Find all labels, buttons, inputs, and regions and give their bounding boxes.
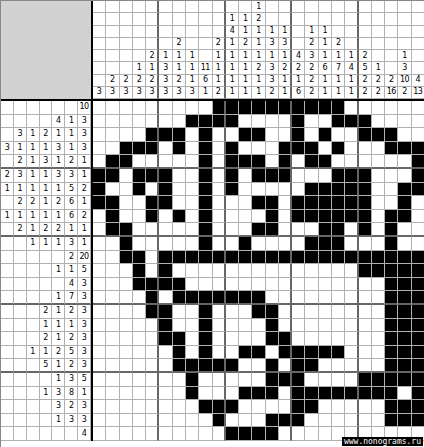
- grid-cell[interactable]: [133, 251, 146, 265]
- grid-cell[interactable]: [332, 251, 345, 265]
- grid-cell[interactable]: [266, 414, 279, 428]
- grid-cell[interactable]: [173, 278, 186, 292]
- grid-cell[interactable]: [372, 196, 385, 210]
- grid-cell[interactable]: [239, 291, 252, 305]
- grid-cell[interactable]: [332, 115, 345, 129]
- grid-cell[interactable]: [159, 305, 172, 319]
- grid-cell[interactable]: [133, 291, 146, 305]
- grid-cell[interactable]: [319, 414, 332, 428]
- grid-cell[interactable]: [146, 251, 159, 265]
- grid-cell[interactable]: [266, 155, 279, 169]
- grid-cell[interactable]: [146, 183, 159, 197]
- grid-cell[interactable]: [213, 400, 226, 414]
- grid-cell[interactable]: [305, 427, 318, 441]
- grid-cell[interactable]: [133, 196, 146, 210]
- grid-cell[interactable]: [120, 115, 133, 129]
- grid-cell[interactable]: [93, 183, 106, 197]
- grid-cell[interactable]: [412, 223, 424, 237]
- grid-cell[interactable]: [292, 264, 305, 278]
- grid-cell[interactable]: [345, 101, 358, 115]
- grid-cell[interactable]: [239, 305, 252, 319]
- grid-cell[interactable]: [239, 346, 252, 360]
- grid-cell[interactable]: [305, 319, 318, 333]
- grid-cell[interactable]: [106, 332, 119, 346]
- grid-cell[interactable]: [133, 387, 146, 401]
- grid-cell[interactable]: [398, 278, 411, 292]
- grid-cell[interactable]: [213, 387, 226, 401]
- grid-cell[interactable]: [239, 155, 252, 169]
- grid-cell[interactable]: [120, 359, 133, 373]
- grid-cell[interactable]: [133, 223, 146, 237]
- grid-cell[interactable]: [279, 400, 292, 414]
- grid-cell[interactable]: [332, 414, 345, 428]
- grid-cell[interactable]: [120, 183, 133, 197]
- grid-cell[interactable]: [252, 264, 265, 278]
- grid-cell[interactable]: [279, 128, 292, 142]
- grid-cell[interactable]: [186, 291, 199, 305]
- grid-cell[interactable]: [279, 251, 292, 265]
- grid-cell[interactable]: [159, 142, 172, 156]
- grid-cell[interactable]: [146, 278, 159, 292]
- grid-cell[interactable]: [93, 319, 106, 333]
- grid-cell[interactable]: [159, 115, 172, 129]
- grid-cell[interactable]: [173, 427, 186, 441]
- grid-cell[interactable]: [159, 155, 172, 169]
- grid-cell[interactable]: [120, 196, 133, 210]
- grid-cell[interactable]: [266, 237, 279, 251]
- grid-cell[interactable]: [120, 305, 133, 319]
- grid-cell[interactable]: [332, 332, 345, 346]
- grid-cell[interactable]: [133, 278, 146, 292]
- grid-cell[interactable]: [120, 101, 133, 115]
- grid-cell[interactable]: [133, 427, 146, 441]
- grid-cell[interactable]: [345, 264, 358, 278]
- grid-cell[interactable]: [120, 223, 133, 237]
- grid-cell[interactable]: [359, 346, 372, 360]
- grid-cell[interactable]: [372, 210, 385, 224]
- grid-cell[interactable]: [372, 264, 385, 278]
- grid-cell[interactable]: [279, 142, 292, 156]
- grid-cell[interactable]: [332, 101, 345, 115]
- grid-cell[interactable]: [93, 223, 106, 237]
- grid-cell[interactable]: [359, 115, 372, 129]
- grid-cell[interactable]: [213, 264, 226, 278]
- grid-cell[interactable]: [106, 359, 119, 373]
- grid-cell[interactable]: [266, 332, 279, 346]
- grid-cell[interactable]: [133, 210, 146, 224]
- grid-cell[interactable]: [412, 251, 424, 265]
- grid-cell[interactable]: [239, 128, 252, 142]
- grid-cell[interactable]: [372, 359, 385, 373]
- grid-cell[interactable]: [252, 210, 265, 224]
- grid-cell[interactable]: [279, 305, 292, 319]
- grid-cell[interactable]: [385, 332, 398, 346]
- grid-cell[interactable]: [279, 414, 292, 428]
- grid-cell[interactable]: [173, 101, 186, 115]
- grid-cell[interactable]: [186, 237, 199, 251]
- grid-cell[interactable]: [412, 332, 424, 346]
- grid-cell[interactable]: [199, 142, 212, 156]
- grid-cell[interactable]: [266, 400, 279, 414]
- grid-cell[interactable]: [305, 305, 318, 319]
- grid-cell[interactable]: [412, 387, 424, 401]
- grid-cell[interactable]: [372, 346, 385, 360]
- grid-cell[interactable]: [319, 291, 332, 305]
- grid-cell[interactable]: [93, 169, 106, 183]
- grid-cell[interactable]: [106, 101, 119, 115]
- grid-cell[interactable]: [199, 373, 212, 387]
- grid-cell[interactable]: [279, 196, 292, 210]
- grid-cell[interactable]: [199, 196, 212, 210]
- grid-cell[interactable]: [239, 223, 252, 237]
- grid-cell[interactable]: [252, 115, 265, 129]
- grid-cell[interactable]: [186, 183, 199, 197]
- grid-cell[interactable]: [252, 196, 265, 210]
- grid-cell[interactable]: [292, 305, 305, 319]
- grid-cell[interactable]: [173, 223, 186, 237]
- grid-cell[interactable]: [106, 264, 119, 278]
- grid-cell[interactable]: [345, 278, 358, 292]
- grid-cell[interactable]: [279, 291, 292, 305]
- grid-cell[interactable]: [106, 115, 119, 129]
- grid-cell[interactable]: [332, 346, 345, 360]
- grid-cell[interactable]: [359, 155, 372, 169]
- grid-cell[interactable]: [292, 155, 305, 169]
- grid-cell[interactable]: [213, 414, 226, 428]
- grid-cell[interactable]: [332, 291, 345, 305]
- grid-cell[interactable]: [332, 210, 345, 224]
- grid-cell[interactable]: [226, 251, 239, 265]
- grid-cell[interactable]: [266, 142, 279, 156]
- grid-cell[interactable]: [319, 264, 332, 278]
- grid-cell[interactable]: [266, 223, 279, 237]
- grid-cell[interactable]: [252, 251, 265, 265]
- grid-cell[interactable]: [93, 237, 106, 251]
- grid-cell[interactable]: [359, 128, 372, 142]
- grid-cell[interactable]: [412, 305, 424, 319]
- grid-cell[interactable]: [133, 183, 146, 197]
- grid-cell[interactable]: [146, 169, 159, 183]
- grid-cell[interactable]: [120, 210, 133, 224]
- grid-cell[interactable]: [292, 115, 305, 129]
- grid-cell[interactable]: [106, 128, 119, 142]
- grid-cell[interactable]: [305, 210, 318, 224]
- grid-cell[interactable]: [412, 400, 424, 414]
- grid-cell[interactable]: [332, 196, 345, 210]
- grid-cell[interactable]: [213, 183, 226, 197]
- grid-cell[interactable]: [372, 183, 385, 197]
- grid-cell[interactable]: [173, 210, 186, 224]
- grid-cell[interactable]: [332, 142, 345, 156]
- grid-cell[interactable]: [279, 387, 292, 401]
- grid-cell[interactable]: [106, 291, 119, 305]
- grid-cell[interactable]: [385, 223, 398, 237]
- grid-cell[interactable]: [372, 169, 385, 183]
- grid-cell[interactable]: [345, 128, 358, 142]
- grid-cell[interactable]: [332, 183, 345, 197]
- grid-cell[interactable]: [159, 237, 172, 251]
- grid-cell[interactable]: [412, 237, 424, 251]
- grid-cell[interactable]: [93, 264, 106, 278]
- grid-cell[interactable]: [252, 128, 265, 142]
- grid-cell[interactable]: [319, 332, 332, 346]
- grid-cell[interactable]: [226, 400, 239, 414]
- grid-cell[interactable]: [146, 115, 159, 129]
- grid-cell[interactable]: [159, 183, 172, 197]
- grid-cell[interactable]: [106, 223, 119, 237]
- grid-cell[interactable]: [252, 359, 265, 373]
- grid-cell[interactable]: [213, 373, 226, 387]
- grid-cell[interactable]: [266, 101, 279, 115]
- grid-cell[interactable]: [186, 373, 199, 387]
- grid-cell[interactable]: [266, 264, 279, 278]
- grid-cell[interactable]: [412, 291, 424, 305]
- grid-cell[interactable]: [186, 251, 199, 265]
- grid-cell[interactable]: [120, 332, 133, 346]
- grid-cell[interactable]: [372, 387, 385, 401]
- grid-cell[interactable]: [305, 223, 318, 237]
- grid-cell[interactable]: [213, 223, 226, 237]
- grid-cell[interactable]: [332, 155, 345, 169]
- grid-cell[interactable]: [186, 359, 199, 373]
- grid-cell[interactable]: [252, 169, 265, 183]
- grid-cell[interactable]: [319, 251, 332, 265]
- grid-cell[interactable]: [186, 319, 199, 333]
- grid-cell[interactable]: [279, 373, 292, 387]
- grid-cell[interactable]: [93, 400, 106, 414]
- grid-cell[interactable]: [226, 373, 239, 387]
- grid-cell[interactable]: [385, 278, 398, 292]
- grid-cell[interactable]: [345, 414, 358, 428]
- grid-cell[interactable]: [239, 427, 252, 441]
- grid-cell[interactable]: [173, 305, 186, 319]
- grid-cell[interactable]: [252, 305, 265, 319]
- grid-cell[interactable]: [398, 332, 411, 346]
- grid-cell[interactable]: [226, 264, 239, 278]
- grid-cell[interactable]: [372, 305, 385, 319]
- grid-cell[interactable]: [213, 319, 226, 333]
- grid-cell[interactable]: [146, 400, 159, 414]
- grid-cell[interactable]: [345, 346, 358, 360]
- grid-cell[interactable]: [120, 237, 133, 251]
- grid-cell[interactable]: [213, 332, 226, 346]
- grid-cell[interactable]: [186, 142, 199, 156]
- grid-cell[interactable]: [120, 155, 133, 169]
- grid-cell[interactable]: [186, 278, 199, 292]
- grid-cell[interactable]: [385, 400, 398, 414]
- grid-cell[interactable]: [199, 264, 212, 278]
- grid-cell[interactable]: [385, 237, 398, 251]
- grid-cell[interactable]: [305, 196, 318, 210]
- grid-cell[interactable]: [398, 305, 411, 319]
- grid-cell[interactable]: [186, 332, 199, 346]
- grid-cell[interactable]: [159, 128, 172, 142]
- grid-cell[interactable]: [252, 142, 265, 156]
- grid-cell[interactable]: [359, 373, 372, 387]
- grid-cell[interactable]: [239, 387, 252, 401]
- grid-cell[interactable]: [159, 373, 172, 387]
- grid-cell[interactable]: [385, 155, 398, 169]
- grid-cell[interactable]: [319, 210, 332, 224]
- grid-cell[interactable]: [279, 278, 292, 292]
- grid-cell[interactable]: [279, 346, 292, 360]
- grid-cell[interactable]: [226, 210, 239, 224]
- grid-cell[interactable]: [385, 373, 398, 387]
- grid-cell[interactable]: [279, 183, 292, 197]
- grid-cell[interactable]: [398, 223, 411, 237]
- grid-cell[interactable]: [186, 387, 199, 401]
- grid-cell[interactable]: [146, 155, 159, 169]
- grid-cell[interactable]: [226, 359, 239, 373]
- grid-cell[interactable]: [398, 169, 411, 183]
- grid-cell[interactable]: [292, 223, 305, 237]
- grid-cell[interactable]: [359, 291, 372, 305]
- grid-cell[interactable]: [213, 142, 226, 156]
- grid-cell[interactable]: [292, 373, 305, 387]
- grid-cell[interactable]: [385, 387, 398, 401]
- grid-cell[interactable]: [292, 332, 305, 346]
- grid-cell[interactable]: [93, 291, 106, 305]
- grid-cell[interactable]: [266, 169, 279, 183]
- grid-cell[interactable]: [412, 346, 424, 360]
- grid-cell[interactable]: [120, 373, 133, 387]
- grid-cell[interactable]: [173, 346, 186, 360]
- grid-cell[interactable]: [292, 400, 305, 414]
- grid-cell[interactable]: [186, 400, 199, 414]
- grid-cell[interactable]: [252, 319, 265, 333]
- grid-cell[interactable]: [239, 359, 252, 373]
- grid-cell[interactable]: [332, 278, 345, 292]
- grid-cell[interactable]: [398, 196, 411, 210]
- grid-cell[interactable]: [319, 359, 332, 373]
- grid-cell[interactable]: [359, 305, 372, 319]
- grid-cell[interactable]: [385, 169, 398, 183]
- grid-cell[interactable]: [120, 400, 133, 414]
- grid-cell[interactable]: [93, 305, 106, 319]
- grid-cell[interactable]: [398, 414, 411, 428]
- grid-cell[interactable]: [332, 319, 345, 333]
- grid-cell[interactable]: [319, 387, 332, 401]
- grid-cell[interactable]: [93, 373, 106, 387]
- grid-cell[interactable]: [173, 251, 186, 265]
- grid-cell[interactable]: [359, 169, 372, 183]
- grid-cell[interactable]: [266, 210, 279, 224]
- grid-cell[interactable]: [213, 291, 226, 305]
- grid-cell[interactable]: [146, 319, 159, 333]
- grid-cell[interactable]: [398, 142, 411, 156]
- grid-cell[interactable]: [133, 305, 146, 319]
- grid-cell[interactable]: [173, 115, 186, 129]
- grid-cell[interactable]: [345, 142, 358, 156]
- grid-cell[interactable]: [398, 115, 411, 129]
- grid-cell[interactable]: [398, 346, 411, 360]
- grid-cell[interactable]: [93, 414, 106, 428]
- grid-cell[interactable]: [226, 142, 239, 156]
- grid-cell[interactable]: [159, 319, 172, 333]
- grid-cell[interactable]: [319, 169, 332, 183]
- grid-cell[interactable]: [159, 264, 172, 278]
- grid-cell[interactable]: [319, 196, 332, 210]
- grid-cell[interactable]: [292, 101, 305, 115]
- grid-cell[interactable]: [93, 155, 106, 169]
- grid-cell[interactable]: [385, 196, 398, 210]
- grid-cell[interactable]: [385, 115, 398, 129]
- grid-cell[interactable]: [305, 291, 318, 305]
- grid-cell[interactable]: [332, 373, 345, 387]
- grid-cell[interactable]: [226, 223, 239, 237]
- grid-cell[interactable]: [186, 101, 199, 115]
- grid-cell[interactable]: [133, 237, 146, 251]
- grid-cell[interactable]: [252, 332, 265, 346]
- grid-cell[interactable]: [146, 128, 159, 142]
- grid-cell[interactable]: [93, 101, 106, 115]
- grid-cell[interactable]: [159, 169, 172, 183]
- grid-cell[interactable]: [279, 101, 292, 115]
- grid-cell[interactable]: [385, 210, 398, 224]
- grid-cell[interactable]: [239, 210, 252, 224]
- grid-cell[interactable]: [186, 223, 199, 237]
- grid-cell[interactable]: [199, 115, 212, 129]
- grid-cell[interactable]: [252, 414, 265, 428]
- grid-cell[interactable]: [213, 101, 226, 115]
- grid-cell[interactable]: [186, 155, 199, 169]
- grid-cell[interactable]: [120, 387, 133, 401]
- grid-cell[interactable]: [385, 128, 398, 142]
- grid-cell[interactable]: [173, 400, 186, 414]
- grid-cell[interactable]: [93, 332, 106, 346]
- grid-cell[interactable]: [305, 142, 318, 156]
- grid-cell[interactable]: [186, 196, 199, 210]
- grid-cell[interactable]: [93, 427, 106, 441]
- grid-cell[interactable]: [385, 346, 398, 360]
- grid-cell[interactable]: [199, 346, 212, 360]
- grid-cell[interactable]: [359, 400, 372, 414]
- grid-cell[interactable]: [345, 359, 358, 373]
- grid-cell[interactable]: [106, 400, 119, 414]
- grid-cell[interactable]: [305, 387, 318, 401]
- grid-cell[interactable]: [213, 237, 226, 251]
- grid-cell[interactable]: [252, 223, 265, 237]
- grid-cell[interactable]: [385, 319, 398, 333]
- grid-cell[interactable]: [146, 305, 159, 319]
- grid-cell[interactable]: [372, 223, 385, 237]
- grid-cell[interactable]: [279, 332, 292, 346]
- grid-cell[interactable]: [159, 291, 172, 305]
- grid-cell[interactable]: [345, 115, 358, 129]
- grid-cell[interactable]: [385, 291, 398, 305]
- grid-cell[interactable]: [213, 305, 226, 319]
- grid-cell[interactable]: [199, 169, 212, 183]
- grid-cell[interactable]: [292, 291, 305, 305]
- grid-cell[interactable]: [398, 155, 411, 169]
- grid-cell[interactable]: [345, 291, 358, 305]
- grid-cell[interactable]: [159, 223, 172, 237]
- grid-cell[interactable]: [159, 101, 172, 115]
- grid-cell[interactable]: [173, 155, 186, 169]
- grid-cell[interactable]: [279, 319, 292, 333]
- grid-cell[interactable]: [186, 427, 199, 441]
- grid-cell[interactable]: [252, 237, 265, 251]
- grid-cell[interactable]: [345, 237, 358, 251]
- grid-cell[interactable]: [226, 101, 239, 115]
- grid-cell[interactable]: [279, 169, 292, 183]
- grid-cell[interactable]: [279, 359, 292, 373]
- grid-cell[interactable]: [239, 183, 252, 197]
- grid-cell[interactable]: [173, 196, 186, 210]
- grid-cell[interactable]: [146, 264, 159, 278]
- grid-cell[interactable]: [292, 278, 305, 292]
- grid-cell[interactable]: [146, 291, 159, 305]
